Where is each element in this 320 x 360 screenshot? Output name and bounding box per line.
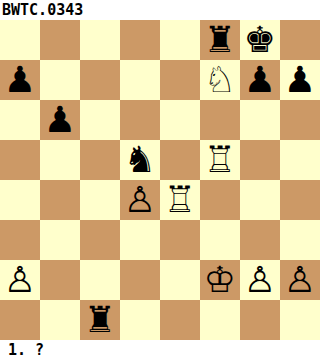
chess-board: ♜♚♟♘♟♟♟♞♖♙♖♙♔♙♙♜ xyxy=(0,20,320,340)
square-f2[interactable]: ♔ xyxy=(200,260,240,300)
square-b6[interactable]: ♟ xyxy=(40,100,80,140)
square-h2[interactable]: ♙ xyxy=(280,260,320,300)
square-f4[interactable] xyxy=(200,180,240,220)
square-g3[interactable] xyxy=(240,220,280,260)
black-king-icon: ♚ xyxy=(244,20,276,60)
square-c8[interactable] xyxy=(80,20,120,60)
square-c4[interactable] xyxy=(80,180,120,220)
square-h3[interactable] xyxy=(280,220,320,260)
square-d3[interactable] xyxy=(120,220,160,260)
square-g2[interactable]: ♙ xyxy=(240,260,280,300)
square-f8[interactable]: ♜ xyxy=(200,20,240,60)
square-e1[interactable] xyxy=(160,300,200,340)
puzzle-title: BWTC.0343 xyxy=(0,0,320,20)
square-h5[interactable] xyxy=(280,140,320,180)
square-g1[interactable] xyxy=(240,300,280,340)
square-a5[interactable] xyxy=(0,140,40,180)
square-b2[interactable] xyxy=(40,260,80,300)
square-b3[interactable] xyxy=(40,220,80,260)
white-king-icon: ♔ xyxy=(204,260,236,300)
black-pawn-icon: ♟ xyxy=(244,60,276,100)
square-h7[interactable]: ♟ xyxy=(280,60,320,100)
white-rook-icon: ♖ xyxy=(164,180,196,220)
chess-diagram: BWTC.0343 ♜♚♟♘♟♟♟♞♖♙♖♙♔♙♙♜ 1. ? xyxy=(0,0,320,360)
white-knight-icon: ♘ xyxy=(204,60,236,100)
white-pawn-icon: ♙ xyxy=(244,260,276,300)
square-d6[interactable] xyxy=(120,100,160,140)
square-d5[interactable]: ♞ xyxy=(120,140,160,180)
square-d1[interactable] xyxy=(120,300,160,340)
square-f7[interactable]: ♘ xyxy=(200,60,240,100)
square-c7[interactable] xyxy=(80,60,120,100)
square-e3[interactable] xyxy=(160,220,200,260)
white-pawn-icon: ♙ xyxy=(124,180,156,220)
square-a2[interactable]: ♙ xyxy=(0,260,40,300)
square-h1[interactable] xyxy=(280,300,320,340)
square-b1[interactable] xyxy=(40,300,80,340)
square-e4[interactable]: ♖ xyxy=(160,180,200,220)
square-b4[interactable] xyxy=(40,180,80,220)
square-h4[interactable] xyxy=(280,180,320,220)
square-a1[interactable] xyxy=(0,300,40,340)
square-c6[interactable] xyxy=(80,100,120,140)
move-prompt: 1. ? xyxy=(0,340,320,360)
white-pawn-icon: ♙ xyxy=(284,260,316,300)
square-h8[interactable] xyxy=(280,20,320,60)
black-pawn-icon: ♟ xyxy=(44,100,76,140)
square-g7[interactable]: ♟ xyxy=(240,60,280,100)
white-pawn-icon: ♙ xyxy=(4,260,36,300)
square-a6[interactable] xyxy=(0,100,40,140)
square-h6[interactable] xyxy=(280,100,320,140)
square-b8[interactable] xyxy=(40,20,80,60)
square-f3[interactable] xyxy=(200,220,240,260)
square-c5[interactable] xyxy=(80,140,120,180)
square-g4[interactable] xyxy=(240,180,280,220)
square-c3[interactable] xyxy=(80,220,120,260)
square-b7[interactable] xyxy=(40,60,80,100)
square-b5[interactable] xyxy=(40,140,80,180)
square-e6[interactable] xyxy=(160,100,200,140)
black-pawn-icon: ♟ xyxy=(284,60,316,100)
square-e2[interactable] xyxy=(160,260,200,300)
square-e5[interactable] xyxy=(160,140,200,180)
black-pawn-icon: ♟ xyxy=(4,60,36,100)
square-c2[interactable] xyxy=(80,260,120,300)
square-a7[interactable]: ♟ xyxy=(0,60,40,100)
square-d2[interactable] xyxy=(120,260,160,300)
square-a4[interactable] xyxy=(0,180,40,220)
white-rook-icon: ♖ xyxy=(204,140,236,180)
square-d8[interactable] xyxy=(120,20,160,60)
square-f1[interactable] xyxy=(200,300,240,340)
square-g6[interactable] xyxy=(240,100,280,140)
square-d4[interactable]: ♙ xyxy=(120,180,160,220)
square-a3[interactable] xyxy=(0,220,40,260)
square-a8[interactable] xyxy=(0,20,40,60)
square-f5[interactable]: ♖ xyxy=(200,140,240,180)
square-e8[interactable] xyxy=(160,20,200,60)
black-rook-icon: ♜ xyxy=(204,20,236,60)
black-knight-icon: ♞ xyxy=(124,140,156,180)
square-g8[interactable]: ♚ xyxy=(240,20,280,60)
square-c1[interactable]: ♜ xyxy=(80,300,120,340)
black-rook-icon: ♜ xyxy=(84,300,116,340)
square-f6[interactable] xyxy=(200,100,240,140)
square-d7[interactable] xyxy=(120,60,160,100)
square-e7[interactable] xyxy=(160,60,200,100)
square-g5[interactable] xyxy=(240,140,280,180)
